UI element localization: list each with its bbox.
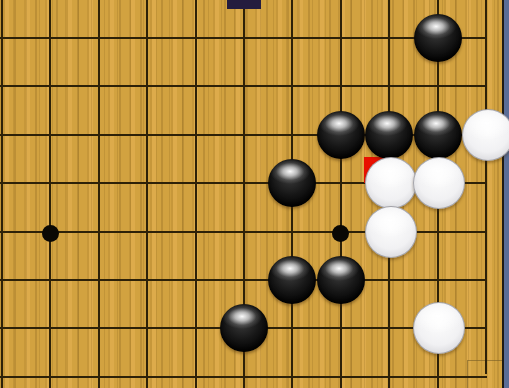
board-intersection[interactable] [413,111,461,159]
board-intersection[interactable] [26,111,74,159]
board-intersection[interactable] [317,14,365,62]
board-intersection[interactable] [317,159,365,207]
board-intersection[interactable] [26,304,74,352]
board-intersection[interactable] [365,159,413,207]
board-intersection[interactable] [26,159,74,207]
board-intersection[interactable] [462,111,509,159]
board-intersection[interactable] [171,159,219,207]
board-intersection[interactable] [220,304,268,352]
board-intersection[interactable] [171,304,219,352]
board-intersection[interactable] [268,14,316,62]
board-intersection[interactable] [0,159,26,207]
board-intersection[interactable] [317,62,365,110]
board-intersection[interactable] [365,111,413,159]
board-intersection[interactable] [268,256,316,304]
board-intersection[interactable] [365,14,413,62]
board-intersection[interactable] [123,159,171,207]
board-intersection[interactable] [268,159,316,207]
board-intersection[interactable] [26,14,74,62]
board-intersection[interactable] [123,207,171,255]
board-intersection[interactable] [413,159,461,207]
board-intersection[interactable] [462,14,509,62]
board-intersection[interactable] [462,62,509,110]
board-intersection[interactable] [26,353,74,388]
board-intersection[interactable] [268,111,316,159]
board-intersection[interactable] [220,159,268,207]
board-intersection[interactable] [462,304,509,352]
board-intersection[interactable] [268,304,316,352]
board-intersection[interactable] [317,353,365,388]
board-intersection[interactable] [462,353,509,388]
board-intersection[interactable] [75,159,123,207]
board-intersection[interactable] [171,256,219,304]
board-intersection[interactable] [75,256,123,304]
black-stone[interactable] [268,256,316,304]
board-intersection[interactable] [413,304,461,352]
black-stone[interactable] [317,256,365,304]
board-intersection[interactable] [365,256,413,304]
board-intersection[interactable] [75,353,123,388]
board-intersection[interactable] [75,14,123,62]
ui-fragment-top [227,0,261,9]
black-stone[interactable] [317,111,365,159]
board-intersection[interactable] [26,62,74,110]
board-intersection[interactable] [171,207,219,255]
board-intersection[interactable] [462,207,509,255]
board-intersection[interactable] [317,256,365,304]
board-intersection[interactable] [365,62,413,110]
board-intersection[interactable] [26,256,74,304]
board-intersection[interactable] [123,14,171,62]
go-board-grid [0,14,509,388]
board-intersection[interactable] [462,159,509,207]
board-intersection[interactable] [220,62,268,110]
board-intersection[interactable] [268,62,316,110]
board-intersection[interactable] [0,256,26,304]
black-stone[interactable] [414,111,462,159]
white-stone[interactable] [413,302,465,354]
white-stone[interactable] [413,157,465,209]
board-intersection[interactable] [317,207,365,255]
board-intersection[interactable] [220,256,268,304]
board-intersection[interactable] [75,207,123,255]
board-intersection[interactable] [171,111,219,159]
board-intersection[interactable] [413,62,461,110]
black-stone[interactable] [220,304,268,352]
board-intersection[interactable] [171,62,219,110]
board-intersection[interactable] [123,304,171,352]
board-intersection[interactable] [413,353,461,388]
board-intersection[interactable] [26,207,74,255]
board-intersection[interactable] [75,62,123,110]
board-intersection[interactable] [0,207,26,255]
board-intersection[interactable] [123,256,171,304]
board-intersection[interactable] [220,353,268,388]
board-intersection[interactable] [317,111,365,159]
board-intersection[interactable] [123,353,171,388]
board-intersection[interactable] [220,207,268,255]
black-stone[interactable] [414,14,462,62]
board-intersection[interactable] [0,304,26,352]
board-intersection[interactable] [0,14,26,62]
board-intersection[interactable] [317,304,365,352]
white-stone[interactable] [365,157,417,209]
board-intersection[interactable] [365,207,413,255]
white-stone[interactable] [462,109,509,161]
board-intersection[interactable] [75,111,123,159]
board-intersection[interactable] [123,62,171,110]
board-intersection[interactable] [462,256,509,304]
board-intersection[interactable] [268,207,316,255]
board-intersection[interactable] [413,207,461,255]
board-intersection[interactable] [220,14,268,62]
black-stone[interactable] [365,111,413,159]
white-stone[interactable] [365,206,417,258]
board-intersection[interactable] [365,353,413,388]
board-intersection[interactable] [171,14,219,62]
board-intersection[interactable] [365,304,413,352]
black-stone[interactable] [268,159,316,207]
board-intersection[interactable] [0,353,26,388]
board-intersection[interactable] [0,111,26,159]
board-intersection[interactable] [171,353,219,388]
board-intersection[interactable] [0,62,26,110]
board-intersection[interactable] [220,111,268,159]
board-intersection[interactable] [413,256,461,304]
board-intersection[interactable] [123,111,171,159]
go-board-view [0,0,509,388]
board-intersection[interactable] [75,304,123,352]
board-intersection[interactable] [413,14,461,62]
board-intersection[interactable] [268,353,316,388]
